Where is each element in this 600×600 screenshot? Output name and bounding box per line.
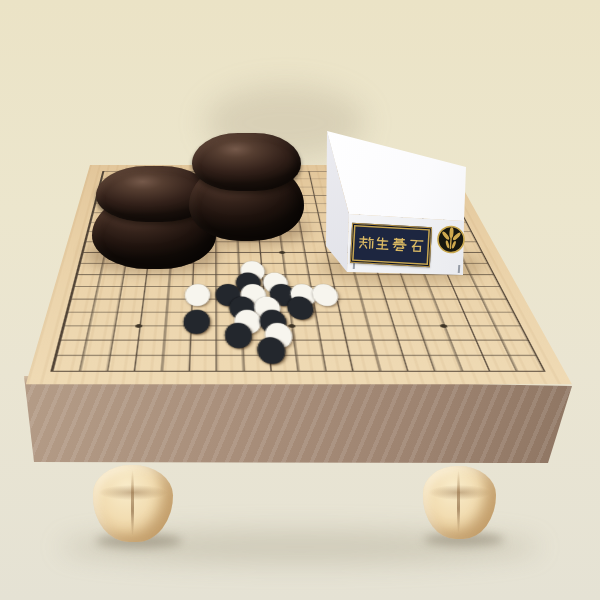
black-stone: ● [258,336,285,359]
star-point [278,251,284,254]
star-point [135,324,142,328]
board-front-grain [22,374,574,466]
go-bowl-right [189,133,304,241]
kanji-shin [359,236,373,248]
box-label-plate: 新生碁石 [350,223,432,267]
board-leg-left [93,465,173,542]
black-stone: ● [287,295,313,315]
box-label-calligraphy [358,235,425,255]
bamboo-crest [435,222,467,257]
white-stone: ● [186,283,209,302]
star-point [439,324,447,328]
kanji-sei [377,237,389,249]
kanji-seki [410,240,423,251]
board-front-face [22,374,574,466]
kanji-go [393,238,406,250]
bowl-lid [192,133,300,191]
black-stone: ● [185,308,209,329]
stone-box: 新生碁石 [317,125,482,290]
black-stone: ● [226,322,251,344]
board-leg-right [423,466,496,539]
go-set-photo: ●●●●●●●●●●●●●●●●●● 新生碁石 [0,0,600,600]
